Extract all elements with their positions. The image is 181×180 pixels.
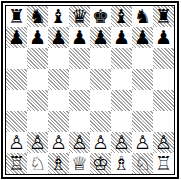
square-d8[interactable]: ♛: [69, 6, 90, 27]
square-c1[interactable]: ♗: [48, 153, 69, 174]
black-knight-piece: ♞: [134, 6, 151, 27]
black-knight-piece: ♞: [29, 6, 46, 27]
white-bishop-piece: ♗: [50, 153, 67, 174]
square-g3[interactable]: [132, 111, 153, 132]
square-h7[interactable]: ♟: [153, 27, 174, 48]
square-c8[interactable]: ♝: [48, 6, 69, 27]
square-e8[interactable]: ♚: [90, 6, 111, 27]
square-a2[interactable]: ♙: [6, 132, 27, 153]
black-pawn-piece: ♟: [92, 27, 109, 48]
square-d4[interactable]: [69, 90, 90, 111]
black-pawn-piece: ♟: [50, 27, 67, 48]
square-c7[interactable]: ♟: [48, 27, 69, 48]
black-pawn-piece: ♟: [29, 27, 46, 48]
black-pawn-piece: ♟: [155, 27, 172, 48]
white-pawn-piece: ♙: [29, 132, 46, 153]
square-h3[interactable]: [153, 111, 174, 132]
square-c5[interactable]: [48, 69, 69, 90]
black-pawn-piece: ♟: [134, 27, 151, 48]
square-g5[interactable]: [132, 69, 153, 90]
white-rook-piece: ♖: [155, 153, 172, 174]
square-g7[interactable]: ♟: [132, 27, 153, 48]
white-rook-piece: ♖: [8, 153, 25, 174]
square-b4[interactable]: [27, 90, 48, 111]
square-c6[interactable]: [48, 48, 69, 69]
square-h6[interactable]: [153, 48, 174, 69]
square-b2[interactable]: ♙: [27, 132, 48, 153]
square-d6[interactable]: [69, 48, 90, 69]
square-d1[interactable]: ♕: [69, 153, 90, 174]
black-rook-piece: ♜: [8, 6, 25, 27]
square-g4[interactable]: [132, 90, 153, 111]
square-f7[interactable]: ♟: [111, 27, 132, 48]
white-pawn-piece: ♙: [71, 132, 88, 153]
black-bishop-piece: ♝: [50, 6, 67, 27]
white-pawn-piece: ♙: [8, 132, 25, 153]
square-e3[interactable]: [90, 111, 111, 132]
white-pawn-piece: ♙: [50, 132, 67, 153]
square-d7[interactable]: ♟: [69, 27, 90, 48]
white-king-piece: ♔: [92, 153, 109, 174]
square-f5[interactable]: [111, 69, 132, 90]
chess-board-inner-frame: ♜♞♝♛♚♝♞♜♟♟♟♟♟♟♟♟♙♙♙♙♙♙♙♙♖♘♗♕♔♗♘♖: [5, 5, 175, 175]
white-pawn-piece: ♙: [113, 132, 130, 153]
white-knight-piece: ♘: [29, 153, 46, 174]
black-bishop-piece: ♝: [113, 6, 130, 27]
white-pawn-piece: ♙: [155, 132, 172, 153]
black-pawn-piece: ♟: [71, 27, 88, 48]
square-b1[interactable]: ♘: [27, 153, 48, 174]
square-e2[interactable]: ♙: [90, 132, 111, 153]
square-f2[interactable]: ♙: [111, 132, 132, 153]
square-g1[interactable]: ♘: [132, 153, 153, 174]
black-pawn-piece: ♟: [113, 27, 130, 48]
square-h8[interactable]: ♜: [153, 6, 174, 27]
square-e1[interactable]: ♔: [90, 153, 111, 174]
square-d2[interactable]: ♙: [69, 132, 90, 153]
square-a7[interactable]: ♟: [6, 27, 27, 48]
square-e7[interactable]: ♟: [90, 27, 111, 48]
square-a5[interactable]: [6, 69, 27, 90]
square-h2[interactable]: ♙: [153, 132, 174, 153]
chess-board: ♜♞♝♛♚♝♞♜♟♟♟♟♟♟♟♟♙♙♙♙♙♙♙♙♖♘♗♕♔♗♘♖: [1, 1, 179, 179]
square-a8[interactable]: ♜: [6, 6, 27, 27]
square-a4[interactable]: [6, 90, 27, 111]
square-g6[interactable]: [132, 48, 153, 69]
square-f4[interactable]: [111, 90, 132, 111]
square-e6[interactable]: [90, 48, 111, 69]
black-pawn-piece: ♟: [8, 27, 25, 48]
square-g8[interactable]: ♞: [132, 6, 153, 27]
square-c3[interactable]: [48, 111, 69, 132]
square-f8[interactable]: ♝: [111, 6, 132, 27]
square-f6[interactable]: [111, 48, 132, 69]
black-queen-piece: ♛: [71, 6, 88, 27]
square-b8[interactable]: ♞: [27, 6, 48, 27]
square-h1[interactable]: ♖: [153, 153, 174, 174]
square-a3[interactable]: [6, 111, 27, 132]
square-c2[interactable]: ♙: [48, 132, 69, 153]
square-h5[interactable]: [153, 69, 174, 90]
black-king-piece: ♚: [92, 6, 109, 27]
white-pawn-piece: ♙: [134, 132, 151, 153]
square-b6[interactable]: [27, 48, 48, 69]
black-rook-piece: ♜: [155, 6, 172, 27]
square-f1[interactable]: ♗: [111, 153, 132, 174]
square-a6[interactable]: [6, 48, 27, 69]
white-bishop-piece: ♗: [113, 153, 130, 174]
square-e4[interactable]: [90, 90, 111, 111]
square-c4[interactable]: [48, 90, 69, 111]
square-a1[interactable]: ♖: [6, 153, 27, 174]
white-queen-piece: ♕: [71, 153, 88, 174]
square-b7[interactable]: ♟: [27, 27, 48, 48]
square-h4[interactable]: [153, 90, 174, 111]
square-b3[interactable]: [27, 111, 48, 132]
square-e5[interactable]: [90, 69, 111, 90]
square-d5[interactable]: [69, 69, 90, 90]
square-f3[interactable]: [111, 111, 132, 132]
white-pawn-piece: ♙: [92, 132, 109, 153]
white-knight-piece: ♘: [134, 153, 151, 174]
chess-board-grid: ♜♞♝♛♚♝♞♜♟♟♟♟♟♟♟♟♙♙♙♙♙♙♙♙♖♘♗♕♔♗♘♖: [6, 6, 174, 174]
square-g2[interactable]: ♙: [132, 132, 153, 153]
square-b5[interactable]: [27, 69, 48, 90]
square-d3[interactable]: [69, 111, 90, 132]
